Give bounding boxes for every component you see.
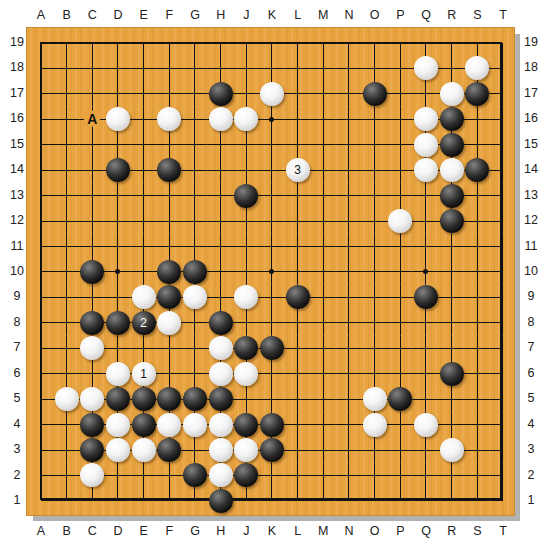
intersection-S17[interactable] xyxy=(464,81,490,106)
intersection-C6[interactable] xyxy=(80,361,106,386)
intersection-J1[interactable] xyxy=(233,488,259,513)
intersection-S18[interactable] xyxy=(464,56,490,81)
intersection-D4[interactable] xyxy=(105,412,131,437)
intersection-J14[interactable] xyxy=(233,157,259,182)
intersection-K19[interactable] xyxy=(259,30,285,55)
intersection-L14[interactable]: 3 xyxy=(285,157,311,182)
intersection-H3[interactable] xyxy=(208,437,234,462)
intersection-L15[interactable] xyxy=(285,132,311,157)
intersection-G1[interactable] xyxy=(182,488,208,513)
intersection-C5[interactable] xyxy=(80,386,106,411)
intersection-M14[interactable] xyxy=(310,157,336,182)
intersection-R3[interactable] xyxy=(439,437,465,462)
intersection-M1[interactable] xyxy=(310,488,336,513)
intersection-C18[interactable] xyxy=(80,56,106,81)
intersection-R1[interactable] xyxy=(439,488,465,513)
intersection-H6[interactable] xyxy=(208,361,234,386)
intersection-J3[interactable] xyxy=(233,437,259,462)
intersection-J13[interactable] xyxy=(233,183,259,208)
intersection-L1[interactable] xyxy=(285,488,311,513)
intersection-B12[interactable] xyxy=(54,208,80,233)
intersection-E3[interactable] xyxy=(131,437,157,462)
intersection-N12[interactable] xyxy=(336,208,362,233)
intersection-N6[interactable] xyxy=(336,361,362,386)
intersection-A7[interactable] xyxy=(28,336,54,361)
intersection-H7[interactable] xyxy=(208,336,234,361)
intersection-J17[interactable] xyxy=(233,81,259,106)
intersection-Q11[interactable] xyxy=(413,234,439,259)
intersection-T19[interactable] xyxy=(490,30,516,55)
intersection-K11[interactable] xyxy=(259,234,285,259)
intersection-T17[interactable] xyxy=(490,81,516,106)
intersection-C1[interactable] xyxy=(80,488,106,513)
intersection-G18[interactable] xyxy=(182,56,208,81)
intersection-C17[interactable] xyxy=(80,81,106,106)
intersection-M2[interactable] xyxy=(310,463,336,488)
intersection-T16[interactable] xyxy=(490,107,516,132)
intersection-J11[interactable] xyxy=(233,234,259,259)
intersection-G17[interactable] xyxy=(182,81,208,106)
intersection-K12[interactable] xyxy=(259,208,285,233)
intersection-H17[interactable] xyxy=(208,81,234,106)
intersection-P3[interactable] xyxy=(387,437,413,462)
intersection-E7[interactable] xyxy=(131,336,157,361)
intersection-Q6[interactable] xyxy=(413,361,439,386)
intersection-K3[interactable] xyxy=(259,437,285,462)
intersection-P11[interactable] xyxy=(387,234,413,259)
intersection-P17[interactable] xyxy=(387,81,413,106)
intersection-D17[interactable] xyxy=(105,81,131,106)
intersection-E12[interactable] xyxy=(131,208,157,233)
intersection-T8[interactable] xyxy=(490,310,516,335)
intersection-O7[interactable] xyxy=(362,336,388,361)
intersection-O12[interactable] xyxy=(362,208,388,233)
intersection-K6[interactable] xyxy=(259,361,285,386)
intersection-K15[interactable] xyxy=(259,132,285,157)
intersection-P1[interactable] xyxy=(387,488,413,513)
intersection-T13[interactable] xyxy=(490,183,516,208)
intersection-C9[interactable] xyxy=(80,285,106,310)
intersection-B10[interactable] xyxy=(54,259,80,284)
intersection-H16[interactable] xyxy=(208,107,234,132)
intersection-Q13[interactable] xyxy=(413,183,439,208)
intersection-K1[interactable] xyxy=(259,488,285,513)
intersection-S10[interactable] xyxy=(464,259,490,284)
intersection-P6[interactable] xyxy=(387,361,413,386)
intersection-S9[interactable] xyxy=(464,285,490,310)
intersection-A1[interactable] xyxy=(28,488,54,513)
intersection-E10[interactable] xyxy=(131,259,157,284)
intersection-R7[interactable] xyxy=(439,336,465,361)
intersection-H18[interactable] xyxy=(208,56,234,81)
intersection-K13[interactable] xyxy=(259,183,285,208)
intersection-J10[interactable] xyxy=(233,259,259,284)
intersection-O16[interactable] xyxy=(362,107,388,132)
intersection-B17[interactable] xyxy=(54,81,80,106)
intersection-L2[interactable] xyxy=(285,463,311,488)
intersection-S12[interactable] xyxy=(464,208,490,233)
intersection-P2[interactable] xyxy=(387,463,413,488)
intersection-K10[interactable] xyxy=(259,259,285,284)
intersection-S4[interactable] xyxy=(464,412,490,437)
intersection-S15[interactable] xyxy=(464,132,490,157)
intersection-S8[interactable] xyxy=(464,310,490,335)
intersection-L9[interactable] xyxy=(285,285,311,310)
intersection-A4[interactable] xyxy=(28,412,54,437)
intersection-L6[interactable] xyxy=(285,361,311,386)
intersection-D8[interactable] xyxy=(105,310,131,335)
intersection-L19[interactable] xyxy=(285,30,311,55)
intersection-P14[interactable] xyxy=(387,157,413,182)
intersection-T18[interactable] xyxy=(490,56,516,81)
intersection-L11[interactable] xyxy=(285,234,311,259)
intersection-J4[interactable] xyxy=(233,412,259,437)
intersection-N14[interactable] xyxy=(336,157,362,182)
intersection-B13[interactable] xyxy=(54,183,80,208)
intersection-N11[interactable] xyxy=(336,234,362,259)
intersection-P19[interactable] xyxy=(387,30,413,55)
intersection-B15[interactable] xyxy=(54,132,80,157)
intersection-M15[interactable] xyxy=(310,132,336,157)
intersection-F7[interactable] xyxy=(156,336,182,361)
intersection-T1[interactable] xyxy=(490,488,516,513)
intersection-D6[interactable] xyxy=(105,361,131,386)
intersection-J16[interactable] xyxy=(233,107,259,132)
intersection-C12[interactable] xyxy=(80,208,106,233)
intersection-C4[interactable] xyxy=(80,412,106,437)
intersection-L7[interactable] xyxy=(285,336,311,361)
intersection-R16[interactable] xyxy=(439,107,465,132)
intersection-T14[interactable] xyxy=(490,157,516,182)
intersection-L10[interactable] xyxy=(285,259,311,284)
intersection-H11[interactable] xyxy=(208,234,234,259)
intersection-R8[interactable] xyxy=(439,310,465,335)
intersection-O6[interactable] xyxy=(362,361,388,386)
intersection-R19[interactable] xyxy=(439,30,465,55)
intersection-B9[interactable] xyxy=(54,285,80,310)
intersection-H2[interactable] xyxy=(208,463,234,488)
intersection-E8[interactable]: 2 xyxy=(131,310,157,335)
intersection-S1[interactable] xyxy=(464,488,490,513)
intersection-N16[interactable] xyxy=(336,107,362,132)
intersection-A14[interactable] xyxy=(28,157,54,182)
intersection-G8[interactable] xyxy=(182,310,208,335)
intersection-E13[interactable] xyxy=(131,183,157,208)
intersection-K4[interactable] xyxy=(259,412,285,437)
intersection-K2[interactable] xyxy=(259,463,285,488)
intersection-R18[interactable] xyxy=(439,56,465,81)
intersection-A19[interactable] xyxy=(28,30,54,55)
intersection-K18[interactable] xyxy=(259,56,285,81)
intersection-G10[interactable] xyxy=(182,259,208,284)
intersection-S5[interactable] xyxy=(464,386,490,411)
intersection-L5[interactable] xyxy=(285,386,311,411)
intersection-T7[interactable] xyxy=(490,336,516,361)
intersection-B5[interactable] xyxy=(54,386,80,411)
intersection-L8[interactable] xyxy=(285,310,311,335)
intersection-N2[interactable] xyxy=(336,463,362,488)
intersection-A10[interactable] xyxy=(28,259,54,284)
intersection-G16[interactable] xyxy=(182,107,208,132)
intersection-N5[interactable] xyxy=(336,386,362,411)
intersection-M8[interactable] xyxy=(310,310,336,335)
intersection-P15[interactable] xyxy=(387,132,413,157)
intersection-H8[interactable] xyxy=(208,310,234,335)
intersection-B19[interactable] xyxy=(54,30,80,55)
intersection-F10[interactable] xyxy=(156,259,182,284)
intersection-N10[interactable] xyxy=(336,259,362,284)
intersection-A12[interactable] xyxy=(28,208,54,233)
intersection-F19[interactable] xyxy=(156,30,182,55)
intersection-M13[interactable] xyxy=(310,183,336,208)
intersection-S16[interactable] xyxy=(464,107,490,132)
intersection-B7[interactable] xyxy=(54,336,80,361)
intersection-D1[interactable] xyxy=(105,488,131,513)
intersection-S6[interactable] xyxy=(464,361,490,386)
intersection-H5[interactable] xyxy=(208,386,234,411)
intersection-N9[interactable] xyxy=(336,285,362,310)
intersection-O11[interactable] xyxy=(362,234,388,259)
intersection-D19[interactable] xyxy=(105,30,131,55)
intersection-T11[interactable] xyxy=(490,234,516,259)
intersection-P12[interactable] xyxy=(387,208,413,233)
intersection-Q7[interactable] xyxy=(413,336,439,361)
intersection-Q9[interactable] xyxy=(413,285,439,310)
intersection-M4[interactable] xyxy=(310,412,336,437)
intersection-Q8[interactable] xyxy=(413,310,439,335)
intersection-P16[interactable] xyxy=(387,107,413,132)
intersection-F9[interactable] xyxy=(156,285,182,310)
intersection-F11[interactable] xyxy=(156,234,182,259)
intersection-A6[interactable] xyxy=(28,361,54,386)
intersection-Q17[interactable] xyxy=(413,81,439,106)
intersection-O10[interactable] xyxy=(362,259,388,284)
intersection-K9[interactable] xyxy=(259,285,285,310)
intersection-F18[interactable] xyxy=(156,56,182,81)
intersection-R2[interactable] xyxy=(439,463,465,488)
intersection-O8[interactable] xyxy=(362,310,388,335)
intersection-H9[interactable] xyxy=(208,285,234,310)
intersection-S11[interactable] xyxy=(464,234,490,259)
intersection-S3[interactable] xyxy=(464,437,490,462)
intersection-Q12[interactable] xyxy=(413,208,439,233)
intersection-O5[interactable] xyxy=(362,386,388,411)
intersection-N4[interactable] xyxy=(336,412,362,437)
intersection-A3[interactable] xyxy=(28,437,54,462)
intersection-L4[interactable] xyxy=(285,412,311,437)
intersection-O17[interactable] xyxy=(362,81,388,106)
intersection-G2[interactable] xyxy=(182,463,208,488)
intersection-O13[interactable] xyxy=(362,183,388,208)
intersection-L17[interactable] xyxy=(285,81,311,106)
intersection-Q3[interactable] xyxy=(413,437,439,462)
intersection-S13[interactable] xyxy=(464,183,490,208)
intersection-C14[interactable] xyxy=(80,157,106,182)
intersection-H15[interactable] xyxy=(208,132,234,157)
intersection-J15[interactable] xyxy=(233,132,259,157)
intersection-C7[interactable] xyxy=(80,336,106,361)
intersection-C15[interactable] xyxy=(80,132,106,157)
intersection-R10[interactable] xyxy=(439,259,465,284)
intersection-T15[interactable] xyxy=(490,132,516,157)
intersection-S19[interactable] xyxy=(464,30,490,55)
intersection-A15[interactable] xyxy=(28,132,54,157)
intersection-F3[interactable] xyxy=(156,437,182,462)
intersection-G15[interactable] xyxy=(182,132,208,157)
intersection-A8[interactable] xyxy=(28,310,54,335)
intersection-M5[interactable] xyxy=(310,386,336,411)
intersection-L12[interactable] xyxy=(285,208,311,233)
intersection-D10[interactable] xyxy=(105,259,131,284)
intersection-G6[interactable] xyxy=(182,361,208,386)
intersection-G11[interactable] xyxy=(182,234,208,259)
intersection-K17[interactable] xyxy=(259,81,285,106)
intersection-O14[interactable] xyxy=(362,157,388,182)
intersection-F6[interactable] xyxy=(156,361,182,386)
intersection-D13[interactable] xyxy=(105,183,131,208)
intersection-Q15[interactable] xyxy=(413,132,439,157)
intersection-G7[interactable] xyxy=(182,336,208,361)
intersection-D9[interactable] xyxy=(105,285,131,310)
intersection-R9[interactable] xyxy=(439,285,465,310)
intersection-M3[interactable] xyxy=(310,437,336,462)
intersection-B18[interactable] xyxy=(54,56,80,81)
intersection-O9[interactable] xyxy=(362,285,388,310)
intersection-E17[interactable] xyxy=(131,81,157,106)
intersection-P18[interactable] xyxy=(387,56,413,81)
intersection-J7[interactable] xyxy=(233,336,259,361)
intersection-E2[interactable] xyxy=(131,463,157,488)
intersection-K7[interactable] xyxy=(259,336,285,361)
intersection-H13[interactable] xyxy=(208,183,234,208)
intersection-M11[interactable] xyxy=(310,234,336,259)
intersection-K16[interactable] xyxy=(259,107,285,132)
intersection-A17[interactable] xyxy=(28,81,54,106)
intersection-E4[interactable] xyxy=(131,412,157,437)
intersection-F8[interactable] xyxy=(156,310,182,335)
intersection-D5[interactable] xyxy=(105,386,131,411)
intersection-O18[interactable] xyxy=(362,56,388,81)
intersection-B14[interactable] xyxy=(54,157,80,182)
intersection-B1[interactable] xyxy=(54,488,80,513)
intersection-N19[interactable] xyxy=(336,30,362,55)
intersection-F4[interactable] xyxy=(156,412,182,437)
intersection-Q10[interactable] xyxy=(413,259,439,284)
intersection-C8[interactable] xyxy=(80,310,106,335)
intersection-Q19[interactable] xyxy=(413,30,439,55)
intersection-P9[interactable] xyxy=(387,285,413,310)
intersection-O3[interactable] xyxy=(362,437,388,462)
intersection-B2[interactable] xyxy=(54,463,80,488)
intersection-A5[interactable] xyxy=(28,386,54,411)
intersection-J5[interactable] xyxy=(233,386,259,411)
intersection-T3[interactable] xyxy=(490,437,516,462)
intersection-R12[interactable] xyxy=(439,208,465,233)
intersection-R13[interactable] xyxy=(439,183,465,208)
intersection-A13[interactable] xyxy=(28,183,54,208)
intersection-F5[interactable] xyxy=(156,386,182,411)
intersection-P5[interactable] xyxy=(387,386,413,411)
intersection-A9[interactable] xyxy=(28,285,54,310)
intersection-B11[interactable] xyxy=(54,234,80,259)
intersection-T2[interactable] xyxy=(490,463,516,488)
intersection-E6[interactable]: 1 xyxy=(131,361,157,386)
intersection-F12[interactable] xyxy=(156,208,182,233)
intersection-M9[interactable] xyxy=(310,285,336,310)
intersection-D18[interactable] xyxy=(105,56,131,81)
intersection-P7[interactable] xyxy=(387,336,413,361)
intersection-F1[interactable] xyxy=(156,488,182,513)
intersection-J12[interactable] xyxy=(233,208,259,233)
intersection-T5[interactable] xyxy=(490,386,516,411)
intersection-G3[interactable] xyxy=(182,437,208,462)
intersection-B8[interactable] xyxy=(54,310,80,335)
intersection-L13[interactable] xyxy=(285,183,311,208)
intersection-L18[interactable] xyxy=(285,56,311,81)
intersection-G9[interactable] xyxy=(182,285,208,310)
intersection-Q5[interactable] xyxy=(413,386,439,411)
intersection-N7[interactable] xyxy=(336,336,362,361)
intersection-F2[interactable] xyxy=(156,463,182,488)
intersection-H12[interactable] xyxy=(208,208,234,233)
intersection-N18[interactable] xyxy=(336,56,362,81)
intersection-B6[interactable] xyxy=(54,361,80,386)
intersection-M10[interactable] xyxy=(310,259,336,284)
intersection-C13[interactable] xyxy=(80,183,106,208)
intersection-E5[interactable] xyxy=(131,386,157,411)
intersection-J6[interactable] xyxy=(233,361,259,386)
intersection-H14[interactable] xyxy=(208,157,234,182)
intersection-R14[interactable] xyxy=(439,157,465,182)
intersection-D3[interactable] xyxy=(105,437,131,462)
intersection-P8[interactable] xyxy=(387,310,413,335)
intersection-M18[interactable] xyxy=(310,56,336,81)
intersection-T9[interactable] xyxy=(490,285,516,310)
intersection-G12[interactable] xyxy=(182,208,208,233)
intersection-B16[interactable] xyxy=(54,107,80,132)
intersection-C3[interactable] xyxy=(80,437,106,462)
intersection-A18[interactable] xyxy=(28,56,54,81)
intersection-N15[interactable] xyxy=(336,132,362,157)
intersection-J8[interactable] xyxy=(233,310,259,335)
intersection-E19[interactable] xyxy=(131,30,157,55)
intersection-G14[interactable] xyxy=(182,157,208,182)
intersection-E1[interactable] xyxy=(131,488,157,513)
intersection-R6[interactable] xyxy=(439,361,465,386)
intersection-O2[interactable] xyxy=(362,463,388,488)
intersection-Q16[interactable] xyxy=(413,107,439,132)
intersection-C16[interactable]: A xyxy=(80,107,106,132)
intersection-D7[interactable] xyxy=(105,336,131,361)
intersection-M16[interactable] xyxy=(310,107,336,132)
intersection-F15[interactable] xyxy=(156,132,182,157)
intersection-H1[interactable] xyxy=(208,488,234,513)
intersection-A16[interactable] xyxy=(28,107,54,132)
intersection-F14[interactable] xyxy=(156,157,182,182)
intersection-M17[interactable] xyxy=(310,81,336,106)
intersection-D11[interactable] xyxy=(105,234,131,259)
intersection-G13[interactable] xyxy=(182,183,208,208)
intersection-A2[interactable] xyxy=(28,463,54,488)
intersection-N1[interactable] xyxy=(336,488,362,513)
intersection-S14[interactable] xyxy=(464,157,490,182)
intersection-K8[interactable] xyxy=(259,310,285,335)
intersection-E15[interactable] xyxy=(131,132,157,157)
intersection-E14[interactable] xyxy=(131,157,157,182)
intersection-H4[interactable] xyxy=(208,412,234,437)
intersection-D14[interactable] xyxy=(105,157,131,182)
intersection-T10[interactable] xyxy=(490,259,516,284)
